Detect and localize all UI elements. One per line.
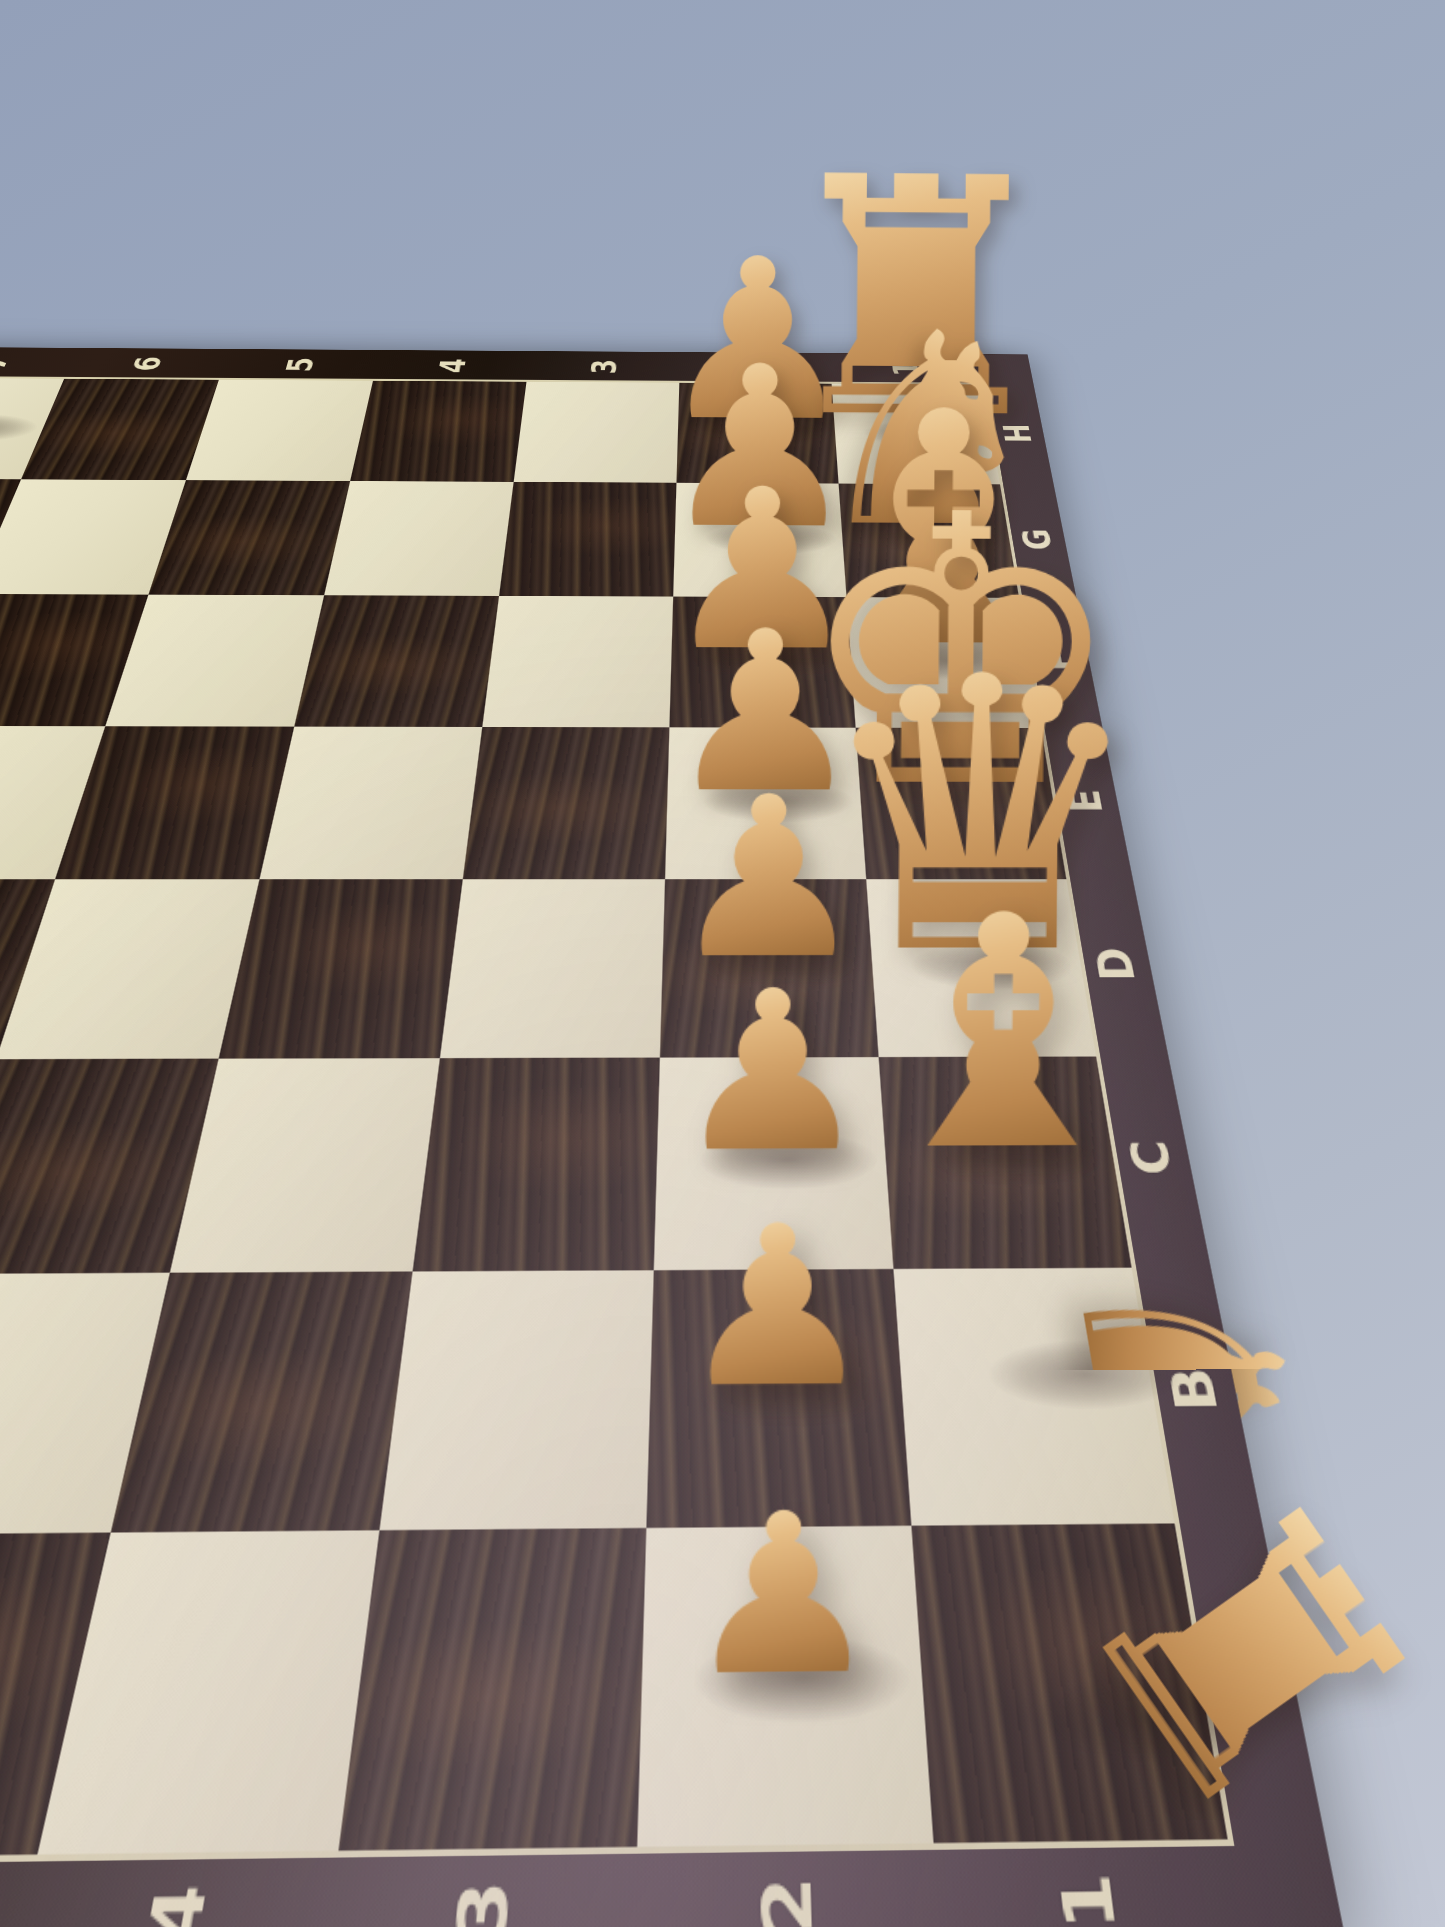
- white-bishop[interactable]: ♝: [858, 890, 1147, 1179]
- white-pawn[interactable]: ♟: [673, 974, 872, 1173]
- black-pawn[interactable]: ♟: [0, 234, 61, 438]
- photo-scene: 8877665544332211HHGGFFEEDDCCBBAA ♜♟♟♞♟♝♟…: [0, 0, 1445, 1927]
- white-pawn[interactable]: ♟: [683, 1494, 883, 1695]
- white-pawn[interactable]: ♟: [677, 1208, 877, 1408]
- board-pieces-layer: ♜♟♟♞♟♝♟♚♟♛♟♝♟♞♟♜♟: [0, 345, 1350, 1927]
- chess-board: 8877665544332211HHGGFFEEDDCCBBAA ♜♟♟♞♟♝♟…: [0, 345, 1350, 1927]
- white-rook-fallen[interactable]: ♜: [1042, 1449, 1445, 1863]
